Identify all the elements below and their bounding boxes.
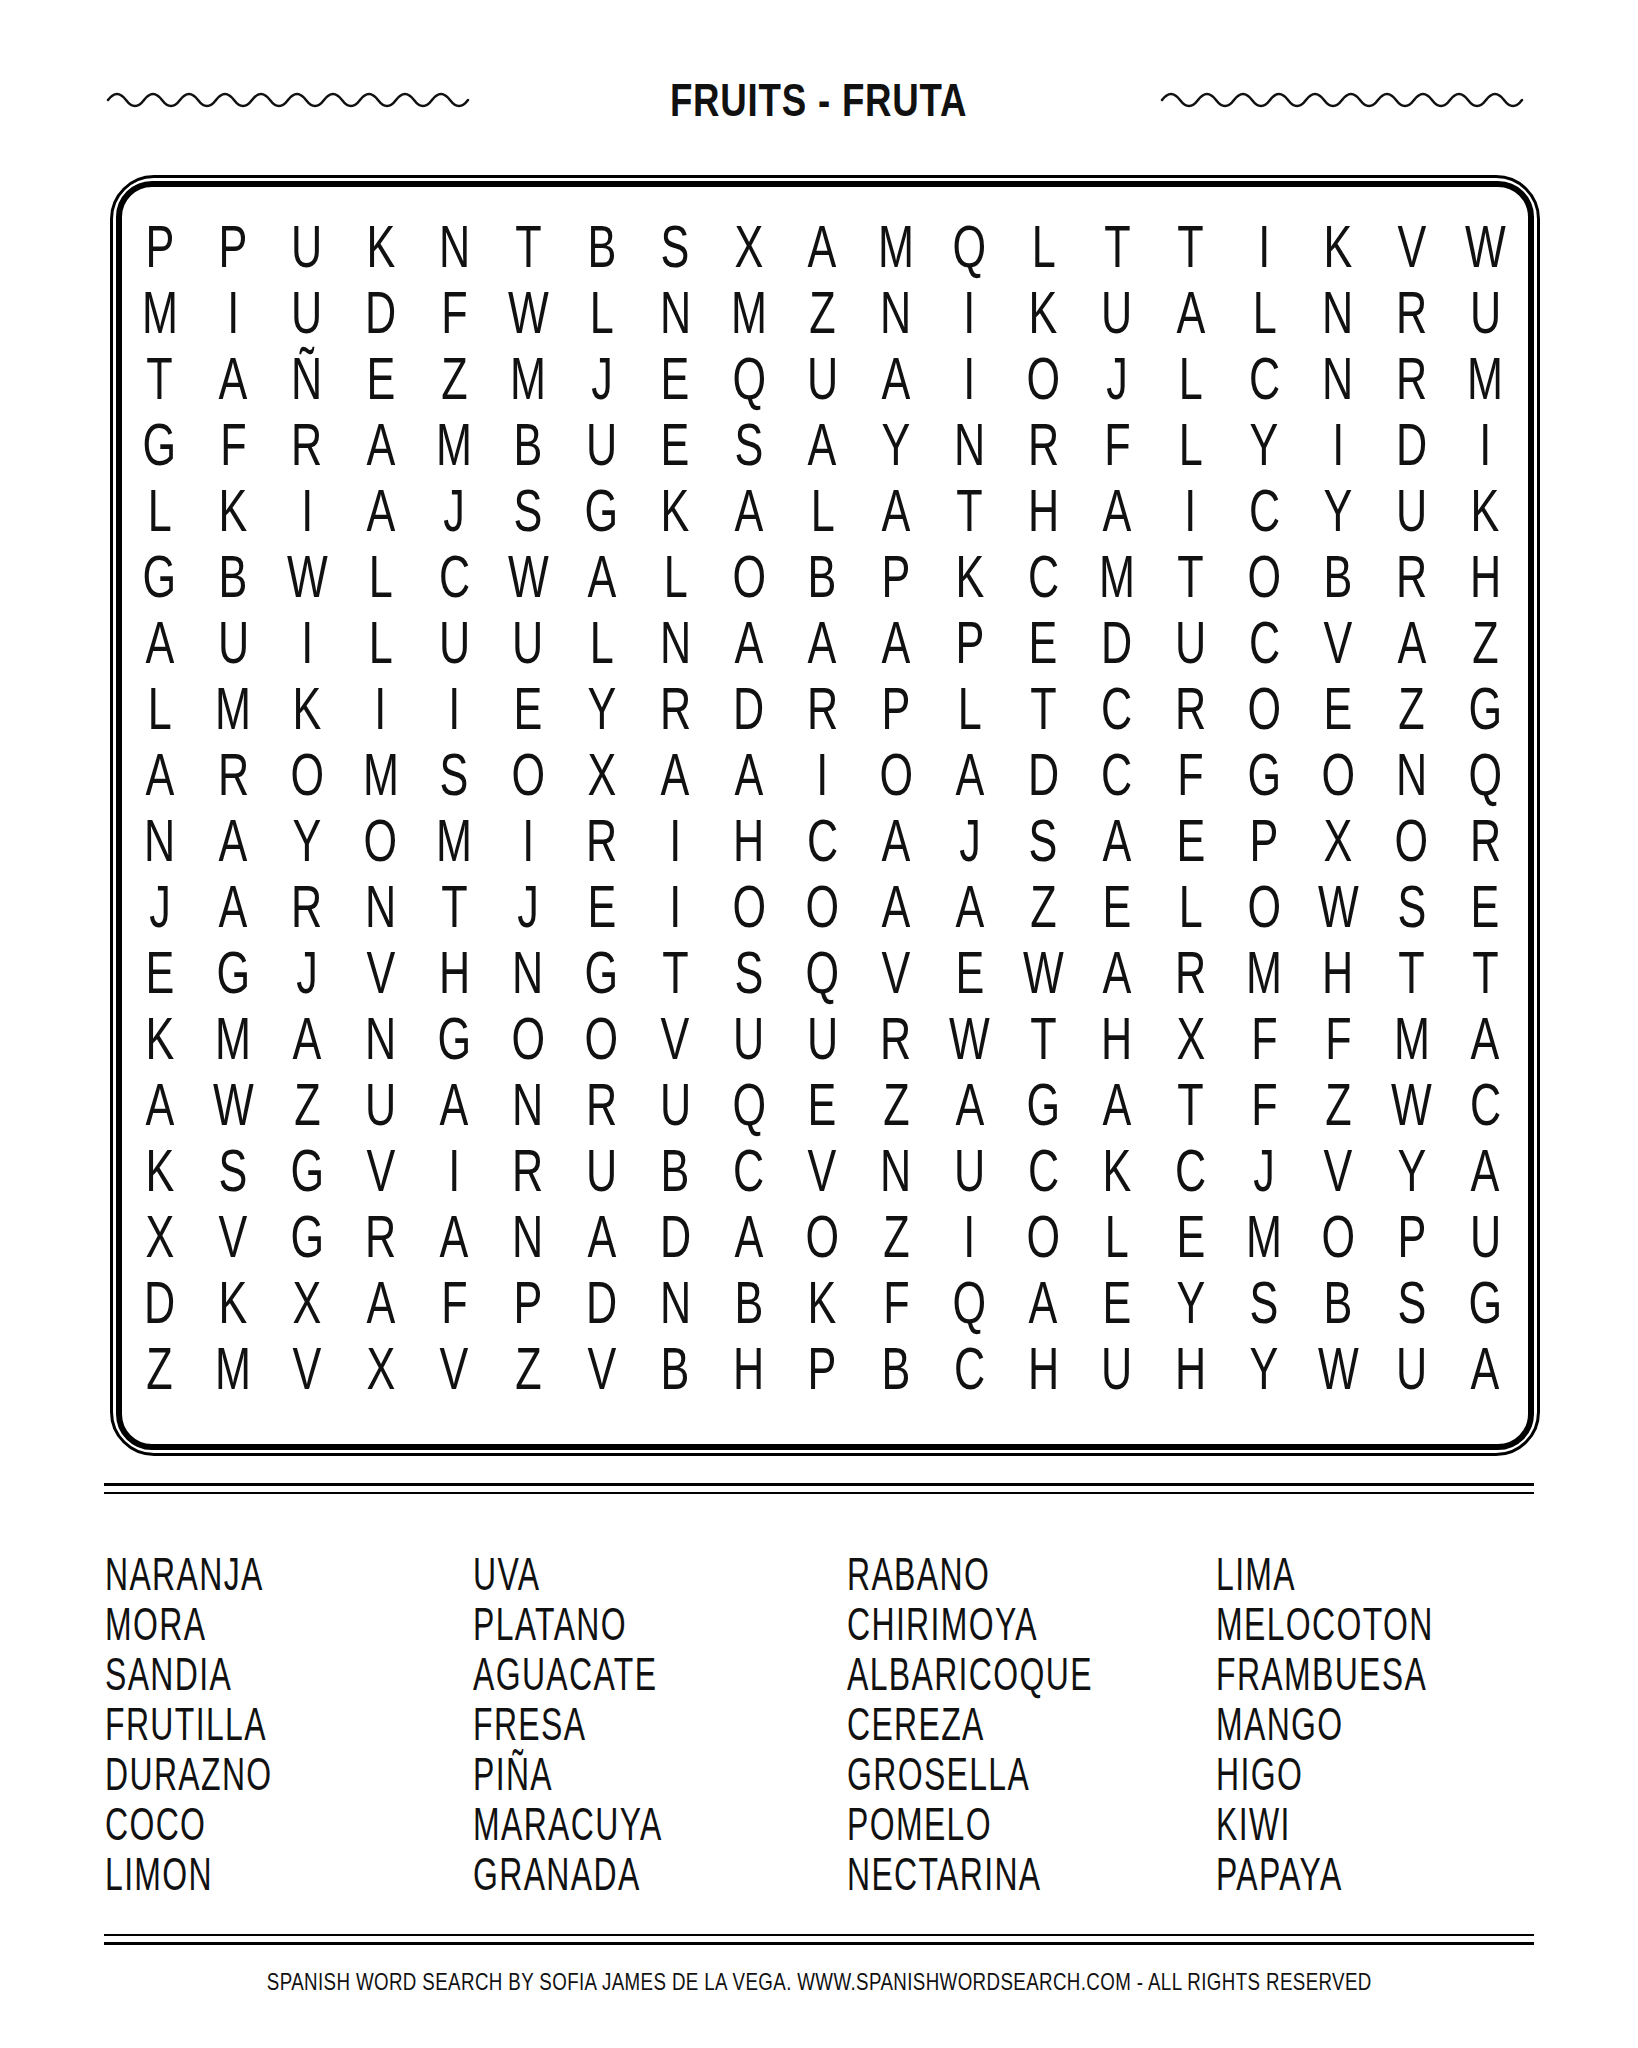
grid-cell: E [638,346,712,412]
grid-cell: W [491,280,565,346]
grid-cell: L [344,544,418,610]
grid-cell: T [123,346,197,412]
grid-cell: W [1448,214,1522,280]
word-list-item: LIMON [105,1849,351,1899]
grid-cell: R [1448,808,1522,874]
grid-cell: S [712,940,786,1006]
grid-cell: E [1301,676,1375,742]
grid-cell: O [270,742,344,808]
grid-cell: L [1154,874,1228,940]
grid-cell: K [270,676,344,742]
grid-cell: H [418,940,492,1006]
grid-cell: A [565,1204,639,1270]
grid-cell: T [1007,676,1081,742]
grid-cell: E [1080,1270,1154,1336]
grid-cell: T [933,478,1007,544]
grid-cell: L [565,610,639,676]
grid-cell: Z [1007,874,1081,940]
grid-cell: U [786,1006,860,1072]
grid-cell: S [197,1138,271,1204]
grid-cell: Q [786,940,860,1006]
grid-cell: U [565,412,639,478]
grid-cell: K [344,214,418,280]
page: FRUITS - FRUTA PPUKNTBSXAMQLTTIKVWMIUDFW… [0,0,1638,2048]
word-list: NARANJAMORASANDIAFRUTILLADURAZNOCOCOLIMO… [0,1549,1638,1909]
grid-cell: O [1301,1204,1375,1270]
grid-cell: A [1448,1006,1522,1072]
word-list-item: NECTARINA [847,1849,1209,1899]
grid-cell: O [565,1006,639,1072]
grid-cell: U [344,1072,418,1138]
grid-cell: P [491,1270,565,1336]
grid-cell: I [638,808,712,874]
word-list-item: PLATANO [473,1599,752,1649]
grid-cell: H [712,1336,786,1402]
grid-cell: T [491,214,565,280]
grid-cell: G [123,544,197,610]
grid-cell: O [786,1204,860,1270]
grid-cell: H [1007,1336,1081,1402]
grid-cell: O [344,808,418,874]
grid-cell: N [859,280,933,346]
grid-cell: A [786,214,860,280]
grid-cell: G [1448,676,1522,742]
grid-cell: G [123,412,197,478]
grid-cell: P [1227,808,1301,874]
grid-cell: Q [712,346,786,412]
grid-cell: A [123,742,197,808]
grid-cell: U [491,610,565,676]
grid-cell: X [123,1204,197,1270]
grid-cell: N [1301,346,1375,412]
grid-cell: Z [418,346,492,412]
word-list-item: MELOCOTON [1216,1599,1536,1649]
grid-cell: G [1448,1270,1522,1336]
divider-bottom [104,1934,1534,1945]
grid-cell: Z [1375,676,1449,742]
squiggle-right-icon [1160,86,1532,110]
grid-cell: A [1080,478,1154,544]
grid-cell: U [1080,280,1154,346]
word-list-item: AGUACATE [473,1649,752,1699]
grid-cell: T [1154,214,1228,280]
grid-cell: U [638,1072,712,1138]
grid-cell: Q [933,214,1007,280]
grid-cell: T [1007,1006,1081,1072]
grid-cell: R [344,1204,418,1270]
grid-cell: L [565,280,639,346]
grid-cell: A [1375,610,1449,676]
grid-cell: Z [859,1072,933,1138]
grid-cell: A [859,610,933,676]
grid-cell: G [418,1006,492,1072]
grid-cell: R [1375,544,1449,610]
grid-cell: F [1301,1006,1375,1072]
grid-cell: V [1301,610,1375,676]
grid-cell: E [491,676,565,742]
grid-cell: B [638,1336,712,1402]
grid-cell: A [270,1006,344,1072]
grid-cell: F [1227,1072,1301,1138]
grid-cell: A [1007,1270,1081,1336]
grid-cell: F [859,1270,933,1336]
grid-cell: P [123,214,197,280]
grid-cell: U [1448,280,1522,346]
grid-cell: Y [1227,412,1301,478]
grid-cell: H [1448,544,1522,610]
grid-cell: Y [1301,478,1375,544]
grid-cell: K [1301,214,1375,280]
grid-cell: U [270,214,344,280]
grid-cell: H [1080,1006,1154,1072]
grid-cell: X [1154,1006,1228,1072]
grid-cell: K [123,1006,197,1072]
grid-cell: Q [712,1072,786,1138]
grid-cell: S [1375,874,1449,940]
grid-cell: V [1301,1138,1375,1204]
grid-cell: A [786,610,860,676]
grid-cell: R [491,1138,565,1204]
grid-cell: T [1154,544,1228,610]
grid-cell: U [565,1138,639,1204]
grid-cell: K [1007,280,1081,346]
grid-cell: A [1448,1138,1522,1204]
grid-cell: U [1080,1336,1154,1402]
grid-cell: J [565,346,639,412]
grid-cell: P [786,1336,860,1402]
grid-cell: H [1154,1336,1228,1402]
grid-cell: O [786,874,860,940]
grid-cell: A [344,478,418,544]
grid-cell: P [859,676,933,742]
grid-cell: C [786,808,860,874]
word-list-column: UVAPLATANOAGUACATEFRESAPIÑAMARACUYAGRANA… [473,1549,752,1899]
grid-cell: A [197,874,271,940]
grid-cell: M [1227,940,1301,1006]
grid-cell: O [1227,676,1301,742]
grid-cell: U [1375,1336,1449,1402]
grid-cell: K [197,478,271,544]
grid-cell: Y [859,412,933,478]
grid-cell: I [344,676,418,742]
grid-cell: Z [859,1204,933,1270]
grid-cell: S [491,478,565,544]
grid-cell: A [859,808,933,874]
grid-cell: S [712,412,786,478]
grid-cell: D [638,1204,712,1270]
grid-cell: A [1080,940,1154,1006]
grid-cell: M [123,280,197,346]
grid-cell: Z [786,280,860,346]
grid-cell: X [565,742,639,808]
grid-cell: K [786,1270,860,1336]
grid-cell: W [1301,1336,1375,1402]
word-list-item: DURAZNO [105,1749,351,1799]
grid-cell: A [933,742,1007,808]
grid-cell: R [565,1072,639,1138]
grid-cell: I [933,1204,1007,1270]
grid-cell: X [344,1336,418,1402]
grid-cell: O [1375,808,1449,874]
grid-cell: R [1007,412,1081,478]
grid-cell: N [638,1270,712,1336]
word-list-item: HIGO [1216,1749,1536,1799]
grid-cell: B [565,214,639,280]
grid-cell: O [491,742,565,808]
grid-cell: E [638,412,712,478]
grid-cell: N [638,610,712,676]
grid-cell: J [491,874,565,940]
grid-cell: I [638,874,712,940]
grid-cell: B [786,544,860,610]
grid-cell: M [712,280,786,346]
grid-cell: K [933,544,1007,610]
word-list-column: LIMAMELOCOTONFRAMBUESAMANGOHIGOKIWIPAPAY… [1216,1549,1536,1899]
grid-cell: A [344,412,418,478]
grid-cell: I [933,280,1007,346]
grid-cell: X [712,214,786,280]
grid-cell: R [565,808,639,874]
grid-cell: P [859,544,933,610]
grid-cell: L [933,676,1007,742]
grid-cell: L [638,544,712,610]
grid-cell: A [712,1204,786,1270]
grid-cell: A [197,346,271,412]
grid-cell: Q [1448,742,1522,808]
word-list-item: PAPAYA [1216,1849,1536,1899]
grid-cell: G [197,940,271,1006]
grid-cell: C [1007,544,1081,610]
grid-cell: A [123,1072,197,1138]
word-list-item: CEREZA [847,1699,1209,1749]
grid-cell: W [1007,940,1081,1006]
grid-cell: H [1301,940,1375,1006]
grid-cell: N [418,214,492,280]
grid-cell: G [270,1138,344,1204]
grid-cell: G [1007,1072,1081,1138]
grid-cell: Ñ [270,346,344,412]
grid-cell: A [712,610,786,676]
grid-cell: A [565,544,639,610]
grid-cell: A [1448,1336,1522,1402]
grid-cell: C [1227,610,1301,676]
grid-cell: C [1080,742,1154,808]
grid-cell: U [1154,610,1228,676]
grid-cell: A [1154,280,1228,346]
grid-cell: L [123,676,197,742]
grid-cell: E [1007,610,1081,676]
grid-cell: O [491,1006,565,1072]
grid-cell: M [344,742,418,808]
grid-cell: A [418,1072,492,1138]
grid-cell: W [491,544,565,610]
grid-cell: E [565,874,639,940]
grid-cell: D [1080,610,1154,676]
grid-cell: A [712,478,786,544]
grid-cell: E [123,940,197,1006]
grid-cell: N [933,412,1007,478]
grid-cell: V [344,1138,418,1204]
grid-cell: I [1227,214,1301,280]
grid-cell: A [418,1204,492,1270]
word-list-item: FRAMBUESA [1216,1649,1536,1699]
grid-cell: W [1375,1072,1449,1138]
grid-cell: G [565,478,639,544]
grid-cell: U [197,610,271,676]
grid-cell: O [1007,1204,1081,1270]
grid-cell: U [1448,1204,1522,1270]
grid-cell: I [786,742,860,808]
letter-grid: PPUKNTBSXAMQLTTIKVWMIUDFWLNMZNIKUALNRUTA… [123,214,1522,1402]
footer-credit: SPANISH WORD SEARCH BY SOFIA JAMES DE LA… [0,1968,1638,1996]
grid-cell: L [1007,214,1081,280]
footer-credit-text: SPANISH WORD SEARCH BY SOFIA JAMES DE LA… [267,1968,1372,1996]
grid-cell: R [859,1006,933,1072]
grid-cell: O [1007,346,1081,412]
word-list-item: UVA [473,1549,752,1599]
grid-cell: D [565,1270,639,1336]
grid-cell: E [1448,874,1522,940]
grid-cell: O [712,544,786,610]
grid-cell: R [197,742,271,808]
grid-cell: E [1154,808,1228,874]
word-list-item: MARACUYA [473,1799,752,1849]
grid-cell: B [1301,1270,1375,1336]
grid-cell: V [786,1138,860,1204]
grid-cell: M [197,1336,271,1402]
grid-cell: V [565,1336,639,1402]
word-list-item: COCO [105,1799,351,1849]
grid-cell: J [1227,1138,1301,1204]
grid-cell: W [1301,874,1375,940]
grid-cell: N [491,1072,565,1138]
grid-cell: F [197,412,271,478]
word-list-item: RABANO [847,1549,1209,1599]
grid-cell: S [1007,808,1081,874]
grid-cell: M [1375,1006,1449,1072]
grid-cell: F [418,1270,492,1336]
word-list-item: ALBARICOQUE [847,1649,1209,1699]
word-list-item: GROSELLA [847,1749,1209,1799]
grid-cell: E [1154,1204,1228,1270]
grid-cell: C [1448,1072,1522,1138]
grid-cell: U [1375,478,1449,544]
grid-cell: A [933,874,1007,940]
grid-cell: O [1301,742,1375,808]
grid-cell: B [638,1138,712,1204]
word-list-item: KIWI [1216,1799,1536,1849]
grid-cell: Z [123,1336,197,1402]
grid-cell: F [1227,1006,1301,1072]
word-list-item: GRANADA [473,1849,752,1899]
grid-cell: L [786,478,860,544]
grid-cell: I [418,1138,492,1204]
grid-cell: I [418,676,492,742]
word-list-item: MANGO [1216,1699,1536,1749]
grid-cell: B [491,412,565,478]
grid-cell: N [491,1204,565,1270]
grid-cell: S [1375,1270,1449,1336]
grid-cell: X [1301,808,1375,874]
grid-cell: D [712,676,786,742]
grid-cell: J [418,478,492,544]
grid-cell: Z [270,1072,344,1138]
grid-cell: T [1154,1072,1228,1138]
grid-cell: I [197,280,271,346]
grid-cell: T [638,940,712,1006]
grid-cell: T [1375,940,1449,1006]
grid-cell: I [933,346,1007,412]
grid-cell: L [344,610,418,676]
grid-cell: K [638,478,712,544]
grid-cell: Y [1375,1138,1449,1204]
grid-cell: M [1080,544,1154,610]
grid-cell: T [418,874,492,940]
grid-cell: U [712,1006,786,1072]
word-list-item: LIMA [1216,1549,1536,1599]
word-list-item: CHIRIMOYA [847,1599,1209,1649]
grid-cell: C [1227,478,1301,544]
grid-cell: C [1080,676,1154,742]
grid-cell: R [638,676,712,742]
grid-cell: N [638,280,712,346]
grid-cell: M [418,808,492,874]
grid-cell: Z [491,1336,565,1402]
grid-cell: S [1227,1270,1301,1336]
grid-cell: J [123,874,197,940]
grid-cell: W [197,1072,271,1138]
grid-cell: B [1301,544,1375,610]
grid-cell: E [1080,874,1154,940]
grid-cell: N [491,940,565,1006]
grid-cell: B [859,1336,933,1402]
grid-cell: V [859,940,933,1006]
grid-cell: A [786,412,860,478]
grid-cell: O [712,874,786,940]
grid-cell: W [933,1006,1007,1072]
grid-cell: A [1080,1072,1154,1138]
grid-cell: R [786,676,860,742]
grid-cell: V [270,1336,344,1402]
grid-cell: A [712,742,786,808]
grid-cell: S [638,214,712,280]
grid-cell: G [270,1204,344,1270]
grid-cell: M [197,676,271,742]
grid-cell: H [712,808,786,874]
grid-cell: A [197,808,271,874]
grid-cell: D [123,1270,197,1336]
word-list-item: POMELO [847,1799,1209,1849]
grid-cell: M [1448,346,1522,412]
word-list-column: RABANOCHIRIMOYAALBARICOQUECEREZAGROSELLA… [847,1549,1209,1899]
word-list-column: NARANJAMORASANDIAFRUTILLADURAZNOCOCOLIMO… [105,1549,351,1899]
grid-cell: I [491,808,565,874]
grid-cell: L [1154,412,1228,478]
grid-cell: N [1301,280,1375,346]
grid-cell: I [1301,412,1375,478]
grid-cell: S [418,742,492,808]
grid-cell: P [1375,1204,1449,1270]
grid-cell: T [1080,214,1154,280]
grid-cell: Y [1154,1270,1228,1336]
grid-cell: C [1007,1138,1081,1204]
page-title-text: FRUITS - FRUTA [670,72,967,127]
grid-cell: M [1227,1204,1301,1270]
grid-cell: B [197,544,271,610]
grid-cell: R [1154,940,1228,1006]
grid-cell: J [1080,346,1154,412]
grid-cell: Y [1227,1336,1301,1402]
